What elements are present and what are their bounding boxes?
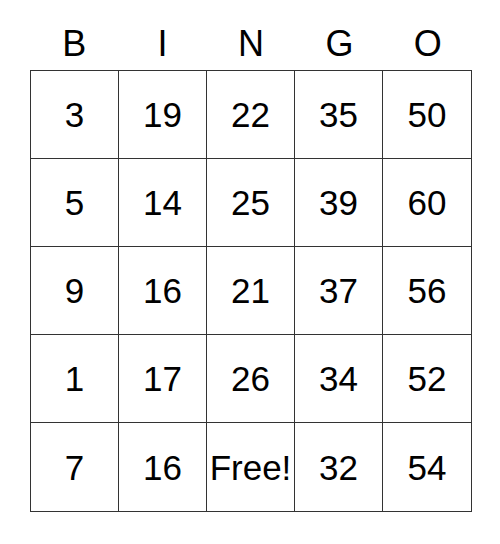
cell-r4-N[interactable]: 26 xyxy=(207,335,295,423)
cell-r1-B[interactable]: 3 xyxy=(31,71,119,159)
cell-r2-N[interactable]: 25 xyxy=(207,159,295,247)
cell-r3-O[interactable]: 56 xyxy=(383,247,471,335)
column-letter-O: O xyxy=(384,0,472,70)
cell-r4-G[interactable]: 34 xyxy=(295,335,383,423)
cell-r5-O[interactable]: 54 xyxy=(383,423,471,511)
cell-r2-O[interactable]: 60 xyxy=(383,159,471,247)
column-letter-N: N xyxy=(207,0,295,70)
cell-r4-B[interactable]: 1 xyxy=(31,335,119,423)
cell-r3-G[interactable]: 37 xyxy=(295,247,383,335)
bingo-header: B I N G O xyxy=(30,0,472,70)
bingo-grid: 3 19 22 35 50 5 14 25 39 60 9 16 21 37 5… xyxy=(30,70,472,512)
cell-r3-N[interactable]: 21 xyxy=(207,247,295,335)
cell-r3-B[interactable]: 9 xyxy=(31,247,119,335)
cell-r5-G[interactable]: 32 xyxy=(295,423,383,511)
cell-r2-B[interactable]: 5 xyxy=(31,159,119,247)
bingo-card: B I N G O 3 19 22 35 50 5 14 25 39 60 9 … xyxy=(0,0,500,544)
cell-r1-O[interactable]: 50 xyxy=(383,71,471,159)
cell-r2-I[interactable]: 14 xyxy=(119,159,207,247)
cell-r1-I[interactable]: 19 xyxy=(119,71,207,159)
cell-r1-N[interactable]: 22 xyxy=(207,71,295,159)
column-letter-G: G xyxy=(295,0,383,70)
cell-r1-G[interactable]: 35 xyxy=(295,71,383,159)
cell-r5-I[interactable]: 16 xyxy=(119,423,207,511)
cell-r4-O[interactable]: 52 xyxy=(383,335,471,423)
column-letter-I: I xyxy=(118,0,206,70)
free-cell[interactable]: Free! xyxy=(207,423,295,511)
cell-r3-I[interactable]: 16 xyxy=(119,247,207,335)
cell-r5-B[interactable]: 7 xyxy=(31,423,119,511)
column-letter-B: B xyxy=(30,0,118,70)
cell-r4-I[interactable]: 17 xyxy=(119,335,207,423)
cell-r2-G[interactable]: 39 xyxy=(295,159,383,247)
